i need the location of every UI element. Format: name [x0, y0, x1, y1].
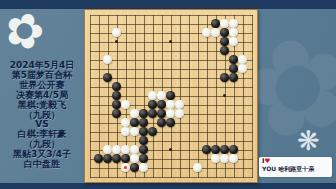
stone-black — [157, 118, 166, 127]
stone-white — [229, 28, 238, 37]
stone-black — [166, 118, 175, 127]
stone-white — [238, 55, 247, 64]
stone-black — [112, 91, 121, 100]
stone-black — [148, 100, 157, 109]
stone-white — [166, 100, 175, 109]
stone-white — [148, 91, 157, 100]
star-point — [115, 40, 118, 43]
stone-white — [175, 109, 184, 118]
grid-line-h — [90, 168, 253, 169]
clover-flower-ornament: ✿ — [0, 2, 51, 59]
stone-black — [139, 127, 148, 136]
grid-line-v — [189, 15, 190, 178]
stone-white — [229, 154, 238, 163]
stone-black — [130, 163, 139, 172]
stone-white — [121, 145, 130, 154]
stone-white — [211, 154, 220, 163]
stone-white — [193, 163, 202, 172]
stone-white — [220, 154, 229, 163]
stone-black — [112, 109, 121, 118]
watermark-text: YOU 哈利路亚十亲 — [262, 165, 329, 173]
stone-black — [220, 46, 229, 55]
stone-black — [121, 154, 130, 163]
stone-black — [229, 55, 238, 64]
stone-white — [121, 127, 130, 136]
stone-white — [175, 100, 184, 109]
board-grid — [85, 10, 257, 182]
stone-black — [157, 100, 166, 109]
stone-white — [121, 118, 130, 127]
stone-black — [139, 136, 148, 145]
grid-line-v — [180, 15, 181, 178]
stone-black — [220, 73, 229, 82]
go-board — [84, 9, 258, 183]
grid-line-h — [90, 177, 253, 178]
stone-white — [130, 145, 139, 154]
event-info-panel: 2024年5月4日 第5届梦百合杯 世界公开赛 决赛第4/5局 黑棋:党毅飞 （… — [0, 61, 84, 170]
stone-white — [157, 91, 166, 100]
stone-white — [112, 145, 121, 154]
grid-line-h — [90, 132, 253, 133]
stone-white — [103, 145, 112, 154]
stone-white — [130, 127, 139, 136]
watermark-logo: I♥ YOU 哈利路亚十亲 — [259, 157, 332, 177]
watermark-line1: I♥ — [262, 158, 329, 165]
heart-icon: ♥ — [264, 157, 270, 165]
stone-black — [139, 145, 148, 154]
stone-black — [94, 154, 103, 163]
stone-black — [229, 145, 238, 154]
star-point — [169, 148, 172, 151]
stone-white — [211, 28, 220, 37]
top-border-band — [0, 0, 336, 9]
stone-white — [130, 109, 139, 118]
stone-black — [103, 73, 112, 82]
grid-line-v — [198, 15, 199, 178]
stone-white — [121, 100, 130, 109]
grid-line-v — [243, 15, 244, 178]
small-flower-ornament: ❋ — [297, 127, 320, 154]
stone-white — [103, 55, 112, 64]
stone-black — [112, 82, 121, 91]
info-line-result: 白中盘胜 — [0, 160, 84, 170]
stone-black — [229, 73, 238, 82]
bottom-border-band — [0, 183, 336, 189]
stone-black — [139, 118, 148, 127]
stone-white — [238, 64, 247, 73]
broadcast-card: ✿ ❋ ✿ 2024年5月4日 第5届梦百合杯 世界公开赛 决赛第4/5局 黑棋… — [0, 0, 336, 189]
stone-black — [139, 154, 148, 163]
stone-black — [112, 154, 121, 163]
stone-black — [211, 145, 220, 154]
stone-black — [229, 64, 238, 73]
stone-white — [229, 37, 238, 46]
stone-white-last-move — [121, 163, 130, 172]
grid-line-v — [252, 15, 253, 178]
stone-black — [139, 109, 148, 118]
stone-white — [220, 19, 229, 28]
stone-black — [220, 37, 229, 46]
stone-black — [166, 91, 175, 100]
stone-black — [157, 109, 166, 118]
stone-white — [229, 19, 238, 28]
stone-black — [103, 154, 112, 163]
stone-white — [166, 109, 175, 118]
star-point — [169, 40, 172, 43]
stone-white — [130, 154, 139, 163]
stone-black — [211, 19, 220, 28]
stone-black — [202, 145, 211, 154]
stone-white — [139, 163, 148, 172]
stone-black — [220, 145, 229, 154]
stone-black — [220, 28, 229, 37]
stone-white — [202, 28, 211, 37]
stone-black — [130, 118, 139, 127]
stone-black — [148, 127, 157, 136]
last-move-marker — [124, 166, 127, 169]
star-point — [223, 94, 226, 97]
grid-line-h — [90, 141, 253, 142]
stone-white — [112, 28, 121, 37]
stone-black — [112, 100, 121, 109]
stone-black — [148, 109, 157, 118]
